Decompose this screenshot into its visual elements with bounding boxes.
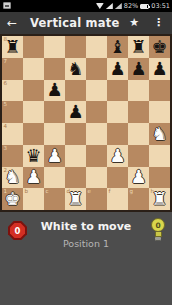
position-label: Position 1 [0,238,172,249]
square-d6[interactable] [65,80,86,102]
square-e1[interactable]: e [86,188,107,210]
square-b4[interactable] [23,123,44,145]
cell-signal-icon [106,3,113,9]
white-pawn-piece: ♟ [109,146,125,164]
square-a5[interactable]: 5 [2,101,23,123]
square-c7[interactable] [44,58,65,80]
black-pawn-piece: ♟ [67,103,83,121]
square-d2[interactable] [65,167,86,189]
square-a6[interactable]: 6 [2,80,23,102]
square-h5[interactable] [149,101,170,123]
white-pawn-piece: ♟ [25,168,41,186]
turn-indicator: White to move [0,220,172,233]
black-rook-piece: ♜ [4,37,20,55]
battery-percent: 82% [124,2,138,10]
square-f4[interactable] [107,123,128,145]
square-e6[interactable] [86,80,107,102]
overflow-menu-icon[interactable]: ⋮ [153,16,164,29]
rank-coordinate: 5 [4,101,8,107]
square-d3[interactable] [65,145,86,167]
hint-bulb-button[interactable]: 0 [150,218,166,244]
square-c6[interactable]: ♟ [44,80,65,102]
square-a3[interactable]: 3 [2,145,23,167]
square-e5[interactable] [86,101,107,123]
square-b2[interactable]: ♟ [23,167,44,189]
square-a7[interactable]: 7 [2,58,23,80]
square-e3[interactable] [86,145,107,167]
square-g7[interactable]: ♟ [128,58,149,80]
hint-bulb-icon: 0 [151,218,165,232]
square-b8[interactable] [23,36,44,58]
square-h4[interactable]: ♞ [149,123,170,145]
square-b6[interactable] [23,80,44,102]
square-b7[interactable] [23,58,44,80]
file-coordinate: b [25,188,29,194]
square-f6[interactable] [107,80,128,102]
page-title: Vertical mate [30,16,119,30]
white-knight-piece: ♞ [4,168,20,186]
square-c1[interactable]: c [44,188,65,210]
white-king-piece: ♚ [4,190,20,208]
black-queen-piece: ♛ [25,146,41,164]
screenshot-notification-icon [3,2,11,9]
square-g3[interactable] [128,145,149,167]
file-coordinate: c [46,188,49,194]
square-c4[interactable] [44,123,65,145]
clock: 03:51 [151,2,170,10]
rank-coordinate: 4 [4,123,8,129]
square-a8[interactable]: 8♜ [2,36,23,58]
square-d5[interactable]: ♟ [65,101,86,123]
black-knight-piece: ♞ [67,59,83,77]
black-pawn-piece: ♟ [130,59,146,77]
rank-coordinate: 6 [4,80,8,86]
square-f7[interactable]: ♟ [107,58,128,80]
app-screen: 82% 03:51 ← Vertical mate ★ ⋮ 8♜♝♜♚7♞♟♟♟… [0,0,172,305]
square-h2[interactable] [149,167,170,189]
square-g1[interactable]: g [128,188,149,210]
file-coordinate: g [130,188,134,194]
square-d1[interactable]: d♜ [65,188,86,210]
black-pawn-piece: ♟ [151,59,167,77]
square-e7[interactable] [86,58,107,80]
black-pawn-piece: ♟ [109,59,125,77]
square-d7[interactable]: ♞ [65,58,86,80]
square-f2[interactable] [107,167,128,189]
status-bar: 82% 03:51 [0,0,172,12]
black-rook-piece: ♜ [130,37,146,55]
square-b1[interactable]: b [23,188,44,210]
square-b5[interactable] [23,101,44,123]
square-f3[interactable]: ♟ [107,145,128,167]
square-c5[interactable] [44,101,65,123]
black-king-piece: ♚ [151,37,167,55]
square-c3[interactable]: ♟ [44,145,65,167]
back-arrow-icon[interactable]: ← [7,12,17,34]
white-pawn-piece: ♟ [130,168,146,186]
square-a4[interactable]: 4 [2,123,23,145]
square-h8[interactable]: ♚ [149,36,170,58]
square-g2[interactable]: ♟ [128,167,149,189]
rank-coordinate: 3 [4,145,8,151]
square-h6[interactable] [149,80,170,102]
square-h3[interactable] [149,145,170,167]
white-rook-piece: ♜ [67,190,83,208]
square-f1[interactable]: f [107,188,128,210]
rank-coordinate: 7 [4,58,8,64]
square-g4[interactable] [128,123,149,145]
square-c2[interactable] [44,167,65,189]
square-d8[interactable] [65,36,86,58]
white-pawn-piece: ♟ [46,146,62,164]
wifi-icon [96,3,104,9]
square-f8[interactable]: ♝ [107,36,128,58]
file-coordinate: f [109,188,111,194]
file-coordinate: e [88,188,91,194]
bottom-panel: 0 White to move Position 1 0 [0,212,172,305]
square-a2[interactable]: 2♞ [2,167,23,189]
square-a1[interactable]: 1♚ [2,188,23,210]
battery-icon [140,4,149,9]
square-d4[interactable] [65,123,86,145]
square-g8[interactable]: ♜ [128,36,149,58]
white-rook-piece: ♜ [151,190,167,208]
hint-bulb-base [155,237,161,241]
square-g5[interactable] [128,101,149,123]
chess-board[interactable]: 8♜♝♜♚7♞♟♟♟6♟5♟4♞3♛♟♟2♞♟♟1♚bcd♜efgh♜ [0,34,172,212]
square-f5[interactable] [107,101,128,123]
square-h1[interactable]: h♜ [149,188,170,210]
square-h7[interactable]: ♟ [149,58,170,80]
square-b3[interactable]: ♛ [23,145,44,167]
black-bishop-piece: ♝ [109,37,125,55]
white-knight-piece: ♞ [151,124,167,142]
app-bar: ← Vertical mate ★ ⋮ [0,12,172,34]
cell-signal-icon-2 [115,3,122,9]
square-g6[interactable] [128,80,149,102]
square-e2[interactable] [86,167,107,189]
black-pawn-piece: ♟ [46,81,62,99]
square-c8[interactable] [44,36,65,58]
favorite-star-icon[interactable]: ★ [129,16,139,29]
square-e4[interactable] [86,123,107,145]
square-e8[interactable] [86,36,107,58]
hint-bulb-neck [155,232,162,237]
